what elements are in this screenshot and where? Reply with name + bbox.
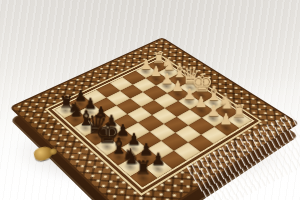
square-h4	[188, 134, 214, 152]
square-h2: ♟	[214, 119, 239, 136]
board-grid: ♜♞♝♛♚♝♞♜♟♟♟♟♟♟♟♟♟♟♟♟♟♟♟♟♜♞♝♛♚♝♞♜	[52, 58, 255, 190]
white-pawn: ♟	[211, 112, 242, 127]
scene: ♜♞♝♛♚♝♞♜♟♟♟♟♟♟♟♟♟♟♟♟♟♟♟♟♜♞♝♛♚♝♞♜	[0, 0, 300, 200]
photo-frame: ♜♞♝♛♚♝♞♜♟♟♟♟♟♟♟♟♟♟♟♟♟♟♟♟♜♞♝♛♚♝♞♜	[0, 0, 300, 200]
chess-board: ♜♞♝♛♚♝♞♜♟♟♟♟♟♟♟♟♟♟♟♟♟♟♟♟♜♞♝♛♚♝♞♜	[9, 37, 299, 200]
square-h8: ♜	[130, 167, 158, 187]
black-rook: ♜	[127, 158, 161, 177]
